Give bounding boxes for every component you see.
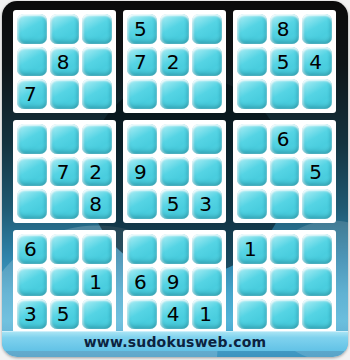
sudoku-cell-r1c4[interactable]: 5 <box>127 14 157 44</box>
site-url[interactable]: www.sudokusweb.com <box>84 334 267 350</box>
sudoku-cell-r9c1[interactable]: 3 <box>17 299 47 329</box>
sudoku-cell-r1c9[interactable] <box>302 14 332 44</box>
sudoku-cell-r6c1[interactable] <box>17 189 47 219</box>
sudoku-cell-r9c7[interactable] <box>237 299 267 329</box>
sudoku-cell-r8c6[interactable] <box>192 267 222 297</box>
sudoku-cell-r4c2[interactable] <box>50 124 80 154</box>
sudoku-cell-r3c2[interactable] <box>50 79 80 109</box>
sudoku-cell-r3c3[interactable] <box>82 79 112 109</box>
sudoku-cell-r5c7[interactable] <box>237 157 267 187</box>
sudoku-cell-r6c5[interactable]: 5 <box>160 189 190 219</box>
sudoku-cell-r4c9[interactable] <box>302 124 332 154</box>
sudoku-cell-r5c4[interactable]: 9 <box>127 157 157 187</box>
sudoku-cell-r4c4[interactable] <box>127 124 157 154</box>
sudoku-cell-r5c3[interactable]: 2 <box>82 157 112 187</box>
sudoku-cell-r2c1[interactable] <box>17 47 47 77</box>
sudoku-cell-r7c6[interactable] <box>192 234 222 264</box>
footer-band: www.sudokusweb.com <box>2 331 348 351</box>
sudoku-cell-r2c5[interactable]: 2 <box>160 47 190 77</box>
sudoku-cell-r6c3[interactable]: 8 <box>82 189 112 219</box>
sudoku-cell-r8c4[interactable]: 6 <box>127 267 157 297</box>
sudoku-cell-r2c7[interactable] <box>237 47 267 77</box>
sudoku-cell-r8c5[interactable]: 9 <box>160 267 190 297</box>
sudoku-box-9: 1 <box>233 230 336 333</box>
sudoku-cell-r7c3[interactable] <box>82 234 112 264</box>
sudoku-cell-r3c8[interactable] <box>270 79 300 109</box>
sudoku-cell-r5c6[interactable] <box>192 157 222 187</box>
sudoku-cell-r3c1[interactable]: 7 <box>17 79 47 109</box>
sudoku-cell-r7c5[interactable] <box>160 234 190 264</box>
sudoku-cell-r3c4[interactable] <box>127 79 157 109</box>
sudoku-cell-r4c8[interactable]: 6 <box>270 124 300 154</box>
sudoku-cell-r8c8[interactable] <box>270 267 300 297</box>
sudoku-cell-r7c2[interactable] <box>50 234 80 264</box>
sudoku-board: 8757285472895365613569411 <box>13 10 336 333</box>
sudoku-cell-r5c1[interactable] <box>17 157 47 187</box>
sudoku-box-7: 6135 <box>13 230 116 333</box>
sudoku-cell-r6c2[interactable] <box>50 189 80 219</box>
sudoku-cell-r5c5[interactable] <box>160 157 190 187</box>
sudoku-box-5: 953 <box>123 120 226 223</box>
sudoku-cell-r3c6[interactable] <box>192 79 222 109</box>
sudoku-cell-r9c8[interactable] <box>270 299 300 329</box>
sudoku-cell-r6c6[interactable]: 3 <box>192 189 222 219</box>
sudoku-cell-r8c2[interactable] <box>50 267 80 297</box>
sudoku-cell-r5c9[interactable]: 5 <box>302 157 332 187</box>
sudoku-cell-r1c1[interactable] <box>17 14 47 44</box>
sudoku-cell-r8c3[interactable]: 1 <box>82 267 112 297</box>
sudoku-cell-r7c4[interactable] <box>127 234 157 264</box>
sudoku-cell-r7c8[interactable] <box>270 234 300 264</box>
sudoku-cell-r1c7[interactable] <box>237 14 267 44</box>
sudoku-box-6: 65 <box>233 120 336 223</box>
sudoku-cell-r8c7[interactable] <box>237 267 267 297</box>
sudoku-cell-r2c8[interactable]: 5 <box>270 47 300 77</box>
sudoku-cell-r1c2[interactable] <box>50 14 80 44</box>
sudoku-cell-r9c4[interactable] <box>127 299 157 329</box>
sudoku-cell-r1c5[interactable] <box>160 14 190 44</box>
sudoku-box-4: 728 <box>13 120 116 223</box>
sudoku-box-8: 6941 <box>123 230 226 333</box>
sudoku-box-3: 854 <box>233 10 336 113</box>
sudoku-cell-r6c7[interactable] <box>237 189 267 219</box>
sudoku-cell-r9c2[interactable]: 5 <box>50 299 80 329</box>
sudoku-cell-r6c9[interactable] <box>302 189 332 219</box>
sudoku-cell-r9c5[interactable]: 4 <box>160 299 190 329</box>
sudoku-cell-r1c8[interactable]: 8 <box>270 14 300 44</box>
sudoku-box-1: 87 <box>13 10 116 113</box>
sudoku-cell-r6c4[interactable] <box>127 189 157 219</box>
sudoku-cell-r4c1[interactable] <box>17 124 47 154</box>
sudoku-cell-r9c9[interactable] <box>302 299 332 329</box>
sudoku-cell-r9c3[interactable] <box>82 299 112 329</box>
sudoku-cell-r2c2[interactable]: 8 <box>50 47 80 77</box>
sudoku-cell-r2c3[interactable] <box>82 47 112 77</box>
sudoku-cell-r7c9[interactable] <box>302 234 332 264</box>
sudoku-cell-r2c4[interactable]: 7 <box>127 47 157 77</box>
sudoku-cell-r9c6[interactable]: 1 <box>192 299 222 329</box>
sudoku-cell-r2c9[interactable]: 4 <box>302 47 332 77</box>
sudoku-widget: 8757285472895365613569411 www.sudokusweb… <box>2 1 348 357</box>
sudoku-cell-r3c5[interactable] <box>160 79 190 109</box>
sudoku-cell-r3c7[interactable] <box>237 79 267 109</box>
sudoku-cell-r8c9[interactable] <box>302 267 332 297</box>
sudoku-cell-r7c7[interactable]: 1 <box>237 234 267 264</box>
sudoku-cell-r5c2[interactable]: 7 <box>50 157 80 187</box>
sudoku-cell-r6c8[interactable] <box>270 189 300 219</box>
sudoku-cell-r4c6[interactable] <box>192 124 222 154</box>
sudoku-cell-r4c5[interactable] <box>160 124 190 154</box>
sudoku-cell-r3c9[interactable] <box>302 79 332 109</box>
sudoku-cell-r5c8[interactable] <box>270 157 300 187</box>
sudoku-box-2: 572 <box>123 10 226 113</box>
sudoku-cell-r2c6[interactable] <box>192 47 222 77</box>
sudoku-cell-r8c1[interactable] <box>17 267 47 297</box>
sudoku-cell-r4c3[interactable] <box>82 124 112 154</box>
sudoku-cell-r7c1[interactable]: 6 <box>17 234 47 264</box>
sudoku-cell-r4c7[interactable] <box>237 124 267 154</box>
sudoku-cell-r1c3[interactable] <box>82 14 112 44</box>
sudoku-cell-r1c6[interactable] <box>192 14 222 44</box>
